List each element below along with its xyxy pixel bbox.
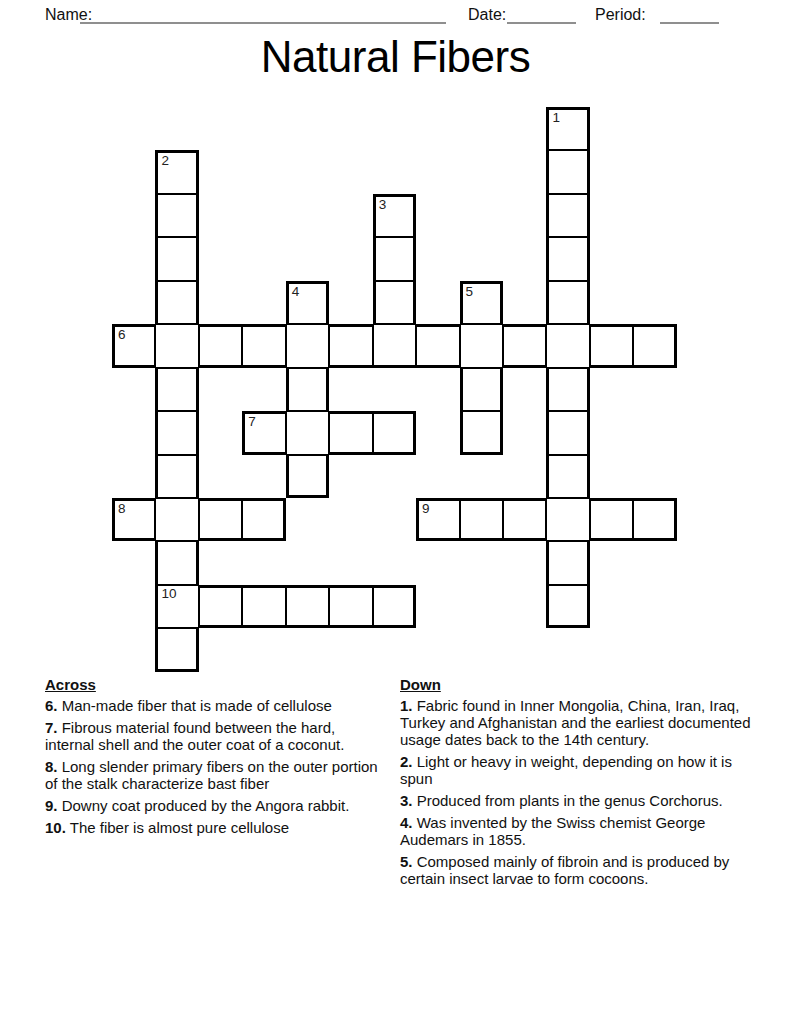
grid-cell[interactable] <box>155 541 198 584</box>
grid-void <box>416 281 459 324</box>
grid-void <box>199 455 242 498</box>
grid-cell[interactable] <box>373 281 416 324</box>
grid-void <box>416 194 459 237</box>
grid-void <box>460 628 503 671</box>
grid-cell[interactable] <box>286 368 329 411</box>
grid-void <box>286 541 329 584</box>
grid-void <box>633 107 676 150</box>
name-blank-field[interactable] <box>80 4 446 24</box>
grid-void <box>460 194 503 237</box>
grid-void <box>112 194 155 237</box>
grid-cell[interactable] <box>633 324 676 367</box>
grid-void <box>503 281 546 324</box>
grid-void <box>112 585 155 628</box>
grid-void <box>112 411 155 454</box>
clue-7: 7. Fibrous material found between the ha… <box>45 719 383 753</box>
clue-2: 2. Light or heavy in weight, depending o… <box>400 753 752 787</box>
grid-cell[interactable]: 9 <box>416 498 459 541</box>
grid-cell[interactable] <box>590 498 633 541</box>
grid-cell[interactable]: 6 <box>112 324 155 367</box>
grid-void <box>199 237 242 280</box>
grid-void <box>242 281 285 324</box>
grid-cell[interactable] <box>329 585 372 628</box>
grid-cell[interactable]: 7 <box>242 411 285 454</box>
grid-cell[interactable] <box>373 237 416 280</box>
grid-void <box>373 541 416 584</box>
clue-number-label: 2 <box>161 154 169 168</box>
clue-number-label: 9 <box>422 502 430 516</box>
grid-void <box>286 628 329 671</box>
grid-void <box>242 237 285 280</box>
grid-cell[interactable] <box>242 585 285 628</box>
grid-cell[interactable] <box>546 585 589 628</box>
grid-void <box>199 150 242 193</box>
grid-void <box>633 237 676 280</box>
grid-void <box>633 628 676 671</box>
grid-void <box>199 107 242 150</box>
grid-cell[interactable] <box>546 324 589 367</box>
clue-5: 5. Composed mainly of fibroin and is pro… <box>400 853 752 887</box>
grid-void <box>112 368 155 411</box>
grid-void <box>416 585 459 628</box>
grid-void <box>503 237 546 280</box>
grid-cell[interactable] <box>286 455 329 498</box>
clue-number-label: 3 <box>379 198 387 212</box>
grid-void <box>199 628 242 671</box>
grid-cell[interactable] <box>373 411 416 454</box>
grid-void <box>460 585 503 628</box>
grid-void <box>112 541 155 584</box>
grid-cell[interactable] <box>199 585 242 628</box>
clue-3: 3. Produced from plants in the genus Cor… <box>400 792 752 809</box>
grid-void <box>503 628 546 671</box>
down-clue-list: 1. Fabric found in Inner Mongolia, China… <box>400 697 752 887</box>
grid-void <box>416 541 459 584</box>
grid-void <box>112 281 155 324</box>
grid-cell[interactable] <box>416 324 459 367</box>
grid-void <box>286 237 329 280</box>
grid-void <box>633 585 676 628</box>
grid-void <box>503 194 546 237</box>
grid-cell[interactable] <box>546 498 589 541</box>
grid-void <box>329 281 372 324</box>
grid-cell[interactable] <box>460 324 503 367</box>
grid-void <box>242 455 285 498</box>
grid-void <box>373 628 416 671</box>
grid-void <box>416 455 459 498</box>
grid-cell[interactable] <box>329 411 372 454</box>
grid-cell[interactable] <box>460 498 503 541</box>
grid-cell[interactable]: 5 <box>460 281 503 324</box>
grid-void <box>199 368 242 411</box>
grid-void <box>242 368 285 411</box>
grid-cell[interactable] <box>242 324 285 367</box>
grid-void <box>373 107 416 150</box>
grid-cell[interactable] <box>546 237 589 280</box>
grid-cell[interactable] <box>503 498 546 541</box>
across-heading: Across <box>45 676 383 693</box>
grid-void <box>590 628 633 671</box>
grid-void <box>286 194 329 237</box>
grid-void <box>373 498 416 541</box>
grid-void <box>460 541 503 584</box>
grid-void <box>373 455 416 498</box>
grid-void <box>416 411 459 454</box>
grid-void <box>286 498 329 541</box>
grid-void <box>242 628 285 671</box>
grid-void <box>503 411 546 454</box>
grid-cell[interactable] <box>155 498 198 541</box>
grid-void <box>329 194 372 237</box>
grid-cell[interactable] <box>155 368 198 411</box>
grid-cell[interactable] <box>590 324 633 367</box>
grid-void <box>633 541 676 584</box>
grid-void <box>112 628 155 671</box>
grid-void <box>155 107 198 150</box>
grid-cell[interactable] <box>286 411 329 454</box>
clue-number-label: 5 <box>466 285 474 299</box>
grid-void <box>460 107 503 150</box>
grid-void <box>633 194 676 237</box>
grid-void <box>590 455 633 498</box>
grid-void <box>503 455 546 498</box>
grid-void <box>460 237 503 280</box>
grid-cell[interactable] <box>242 498 285 541</box>
grid-void <box>242 107 285 150</box>
clue-number-label: 8 <box>118 502 126 516</box>
grid-void <box>633 368 676 411</box>
grid-void <box>546 628 589 671</box>
grid-void <box>199 541 242 584</box>
clue-8: 8. Long slender primary fibers on the ou… <box>45 758 383 792</box>
grid-cell[interactable]: 2 <box>155 150 198 193</box>
grid-void <box>373 368 416 411</box>
grid-cell[interactable] <box>155 455 198 498</box>
grid-void <box>416 628 459 671</box>
grid-cell[interactable] <box>460 411 503 454</box>
grid-void <box>329 107 372 150</box>
grid-void <box>503 585 546 628</box>
grid-void <box>590 541 633 584</box>
grid-void <box>199 281 242 324</box>
grid-cell[interactable] <box>329 324 372 367</box>
date-blank-field[interactable] <box>507 4 576 24</box>
grid-cell[interactable] <box>503 324 546 367</box>
down-heading: Down <box>400 676 752 693</box>
grid-void <box>329 628 372 671</box>
grid-cell[interactable] <box>155 411 198 454</box>
grid-cell[interactable] <box>286 324 329 367</box>
grid-void <box>590 281 633 324</box>
grid-void <box>590 411 633 454</box>
grid-cell[interactable] <box>286 585 329 628</box>
grid-void <box>329 455 372 498</box>
grid-cell[interactable]: 10 <box>155 585 198 628</box>
clue-9: 9. Downy coat produced by the Angora rab… <box>45 797 383 814</box>
grid-void <box>460 150 503 193</box>
grid-void <box>590 585 633 628</box>
grid-cell[interactable]: 3 <box>373 194 416 237</box>
clue-number-label: 6 <box>118 328 126 342</box>
clue-number-label: 7 <box>248 415 256 429</box>
grid-void <box>633 411 676 454</box>
grid-cell[interactable]: 1 <box>546 107 589 150</box>
grid-cell[interactable] <box>546 411 589 454</box>
grid-void <box>329 541 372 584</box>
grid-void <box>329 150 372 193</box>
grid-void <box>416 237 459 280</box>
grid-cell[interactable] <box>155 194 198 237</box>
grid-void <box>590 368 633 411</box>
grid-cell[interactable] <box>199 324 242 367</box>
grid-void <box>503 541 546 584</box>
grid-void <box>199 194 242 237</box>
grid-void <box>199 411 242 454</box>
grid-void <box>286 107 329 150</box>
grid-void <box>416 368 459 411</box>
grid-cell[interactable] <box>546 368 589 411</box>
across-clue-list: 6. Man-made fiber that is made of cellul… <box>45 697 383 836</box>
clue-10: 10. The fiber is almost pure cellulose <box>45 819 383 836</box>
worksheet-page: Name: Date: Period: Natural Fibers 12345… <box>0 0 791 1024</box>
grid-void <box>633 281 676 324</box>
grid-void <box>112 237 155 280</box>
grid-cell[interactable] <box>460 368 503 411</box>
grid-cell[interactable] <box>155 281 198 324</box>
clue-number-label: 1 <box>552 111 560 125</box>
grid-cell[interactable] <box>155 237 198 280</box>
grid-void <box>503 368 546 411</box>
grid-cell[interactable] <box>373 324 416 367</box>
clue-number-label: 10 <box>161 587 176 601</box>
clue-number-label: 4 <box>292 285 300 299</box>
grid-cell[interactable]: 4 <box>286 281 329 324</box>
grid-void <box>633 455 676 498</box>
grid-cell[interactable] <box>546 150 589 193</box>
period-label: Period: <box>595 6 646 24</box>
grid-void <box>242 541 285 584</box>
grid-void <box>373 150 416 193</box>
grid-void <box>503 107 546 150</box>
grid-cell[interactable] <box>546 541 589 584</box>
grid-cell[interactable] <box>155 628 198 671</box>
grid-void <box>590 237 633 280</box>
clue-1: 1. Fabric found in Inner Mongolia, China… <box>400 697 752 748</box>
crossword-grid: 12345678910 <box>112 107 677 672</box>
grid-cell[interactable] <box>546 455 589 498</box>
grid-void <box>416 107 459 150</box>
grid-void <box>590 107 633 150</box>
grid-cell[interactable] <box>546 194 589 237</box>
grid-void <box>590 150 633 193</box>
clue-6: 6. Man-made fiber that is made of cellul… <box>45 697 383 714</box>
grid-void <box>416 150 459 193</box>
grid-cell[interactable] <box>199 498 242 541</box>
grid-void <box>286 150 329 193</box>
grid-void <box>503 150 546 193</box>
date-label: Date: <box>468 6 506 24</box>
grid-cell[interactable] <box>633 498 676 541</box>
grid-void <box>633 150 676 193</box>
period-blank-field[interactable] <box>660 4 719 24</box>
grid-void <box>329 368 372 411</box>
grid-void <box>460 455 503 498</box>
clue-4: 4. Was invented by the Swiss chemist Geo… <box>400 814 752 848</box>
grid-cell[interactable]: 8 <box>112 498 155 541</box>
across-clues-section: Across 6. Man-made fiber that is made of… <box>45 676 383 841</box>
grid-void <box>329 237 372 280</box>
grid-void <box>242 194 285 237</box>
grid-void <box>329 498 372 541</box>
page-title: Natural Fibers <box>0 32 791 82</box>
grid-cell[interactable] <box>373 585 416 628</box>
down-clues-section: Down 1. Fabric found in Inner Mongolia, … <box>400 676 752 892</box>
grid-void <box>112 107 155 150</box>
grid-cell[interactable] <box>546 281 589 324</box>
grid-void <box>242 150 285 193</box>
grid-void <box>590 194 633 237</box>
grid-cell[interactable] <box>155 324 198 367</box>
grid-void <box>112 150 155 193</box>
grid-void <box>112 455 155 498</box>
